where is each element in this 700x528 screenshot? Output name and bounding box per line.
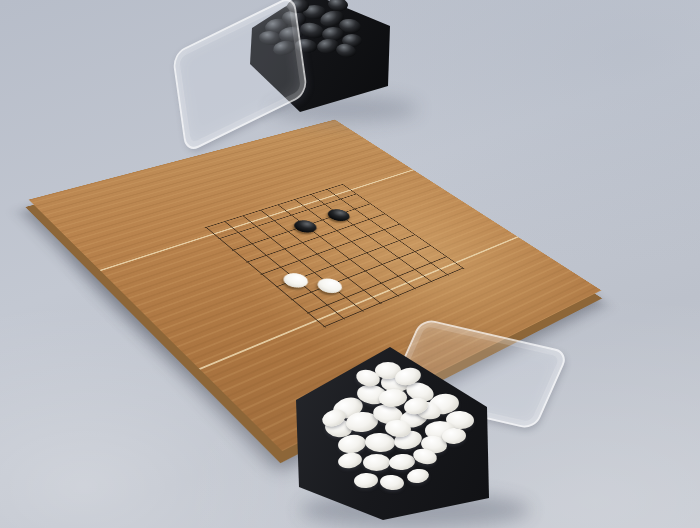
photo-scene xyxy=(0,0,700,528)
white-stone[interactable] xyxy=(279,271,313,291)
go-grid-9x9[interactable] xyxy=(205,184,465,328)
black-stone[interactable] xyxy=(290,218,321,235)
black-stone[interactable] xyxy=(324,207,354,223)
white-stone-box xyxy=(288,338,588,528)
white-stone[interactable] xyxy=(313,276,347,296)
white-pile-stone xyxy=(363,454,390,471)
